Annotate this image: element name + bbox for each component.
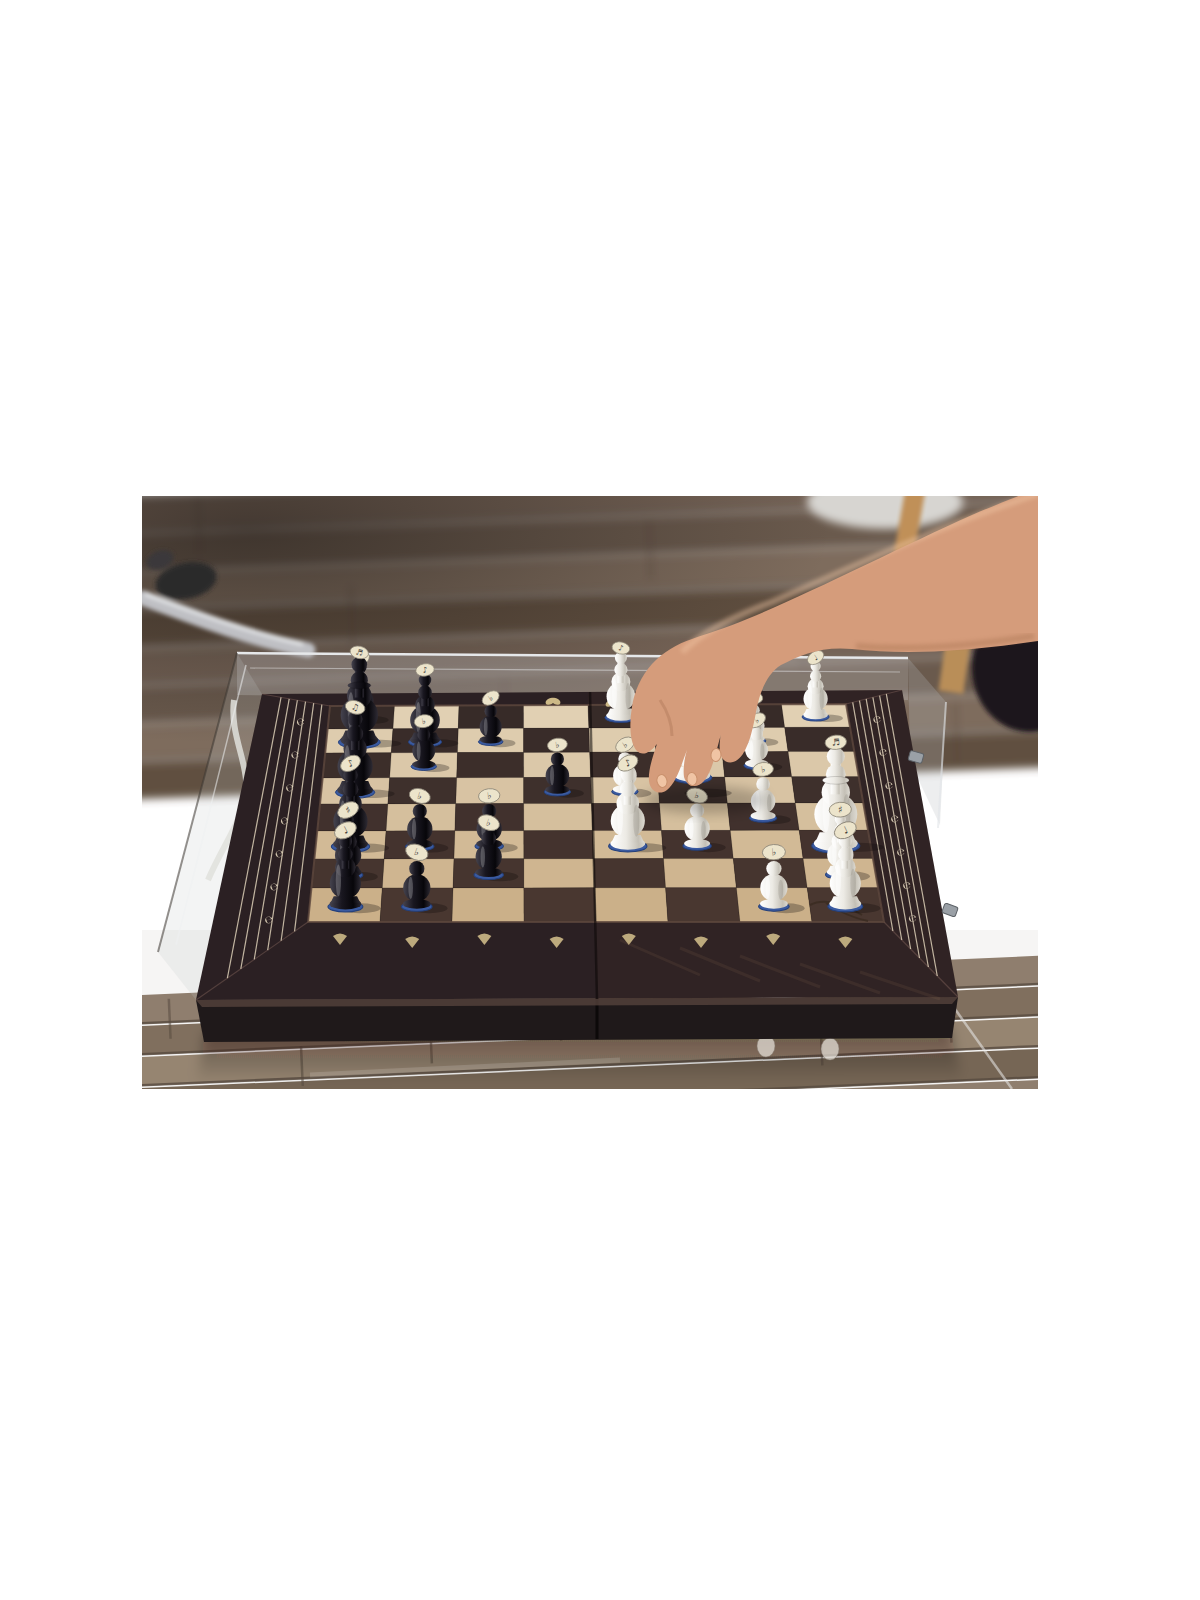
note-label-glyph: ♬ <box>831 736 840 748</box>
square-a3 <box>666 888 740 922</box>
chess-photo-scene: ℮℮℮℮℮℮℮℮℮℮℮℮℮℮ ♩♪♯♩♬♪♭♭♭♭♫♭♭♫♭♪♭♭♪♭♬♯♭♯♩… <box>0 0 1200 1600</box>
checkerboard <box>308 704 884 922</box>
square-b5 <box>524 859 595 888</box>
square-d5 <box>524 804 593 831</box>
square-a4 <box>595 888 668 922</box>
chair-seat <box>807 475 963 529</box>
square-b4 <box>594 859 666 888</box>
square-a6 <box>452 888 524 922</box>
square-a5 <box>524 888 596 922</box>
square-b3 <box>664 859 737 888</box>
square-f1 <box>788 751 859 776</box>
square-f6 <box>457 752 524 777</box>
acrylic-foot <box>821 1038 839 1060</box>
metal-clasp-icon <box>942 903 959 917</box>
square-c5 <box>524 831 594 859</box>
square-h5 <box>524 705 589 728</box>
note-label-glyph: ♭ <box>771 846 776 857</box>
page: { "game": "chess", "scene_type": "photog… <box>0 0 1200 1600</box>
note-label-glyph: ♯ <box>838 804 843 815</box>
